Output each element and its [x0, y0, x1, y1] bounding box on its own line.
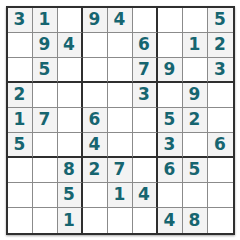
- sudoku-cell-r4c3[interactable]: [58, 83, 83, 108]
- sudoku-cell-r9c1[interactable]: [8, 208, 33, 233]
- sudoku-page: 3194594612579323917652543682765514148: [0, 0, 240, 240]
- sudoku-cell-r3c2[interactable]: 5: [33, 58, 58, 83]
- sudoku-cell-r5c6[interactable]: [133, 108, 158, 133]
- sudoku-cell-r8c6[interactable]: 4: [133, 183, 158, 208]
- sudoku-cell-r7c5[interactable]: 7: [108, 158, 133, 183]
- sudoku-cell-r4c8[interactable]: 9: [183, 83, 208, 108]
- sudoku-cell-r9c5[interactable]: [108, 208, 133, 233]
- sudoku-cell-r1c3[interactable]: [58, 8, 83, 33]
- sudoku-cell-r6c5[interactable]: [108, 133, 133, 158]
- sudoku-cell-r2c7[interactable]: [158, 33, 183, 58]
- sudoku-cell-r8c1[interactable]: [8, 183, 33, 208]
- sudoku-cell-r8c3[interactable]: 5: [58, 183, 83, 208]
- sudoku-cell-r5c5[interactable]: [108, 108, 133, 133]
- sudoku-cell-r9c3[interactable]: 1: [58, 208, 83, 233]
- sudoku-cell-r1c8[interactable]: [183, 8, 208, 33]
- sudoku-cell-r2c4[interactable]: [83, 33, 108, 58]
- sudoku-cell-r3c1[interactable]: [8, 58, 33, 83]
- sudoku-cell-r2c1[interactable]: [8, 33, 33, 58]
- sudoku-cell-r2c6[interactable]: 6: [133, 33, 158, 58]
- sudoku-cell-r1c7[interactable]: [158, 8, 183, 33]
- sudoku-cell-r8c4[interactable]: [83, 183, 108, 208]
- sudoku-cell-r5c9[interactable]: [208, 108, 233, 133]
- sudoku-cell-r2c9[interactable]: 2: [208, 33, 233, 58]
- sudoku-cell-r2c8[interactable]: 1: [183, 33, 208, 58]
- sudoku-cell-r7c3[interactable]: 8: [58, 158, 83, 183]
- sudoku-cell-r1c4[interactable]: 9: [83, 8, 108, 33]
- sudoku-cell-r6c4[interactable]: 4: [83, 133, 108, 158]
- sudoku-cell-r5c3[interactable]: [58, 108, 83, 133]
- sudoku-cell-r1c5[interactable]: 4: [108, 8, 133, 33]
- sudoku-cell-r7c1[interactable]: [8, 158, 33, 183]
- sudoku-cell-r9c7[interactable]: 4: [158, 208, 183, 233]
- sudoku-cell-r2c2[interactable]: 9: [33, 33, 58, 58]
- sudoku-cell-r4c9[interactable]: [208, 83, 233, 108]
- sudoku-cell-r2c5[interactable]: [108, 33, 133, 58]
- sudoku-cell-r3c9[interactable]: 3: [208, 58, 233, 83]
- sudoku-cell-r6c7[interactable]: 3: [158, 133, 183, 158]
- sudoku-cell-r5c1[interactable]: 1: [8, 108, 33, 133]
- sudoku-cell-r6c3[interactable]: [58, 133, 83, 158]
- sudoku-cell-r7c4[interactable]: 2: [83, 158, 108, 183]
- sudoku-cell-r5c4[interactable]: 6: [83, 108, 108, 133]
- sudoku-cell-r2c3[interactable]: 4: [58, 33, 83, 58]
- sudoku-cell-r7c2[interactable]: [33, 158, 58, 183]
- sudoku-cell-r4c7[interactable]: [158, 83, 183, 108]
- sudoku-cell-r3c8[interactable]: [183, 58, 208, 83]
- sudoku-cell-r1c9[interactable]: 5: [208, 8, 233, 33]
- sudoku-cell-r7c9[interactable]: [208, 158, 233, 183]
- sudoku-cell-r3c3[interactable]: [58, 58, 83, 83]
- sudoku-cell-r5c8[interactable]: 2: [183, 108, 208, 133]
- sudoku-cell-r5c7[interactable]: 5: [158, 108, 183, 133]
- sudoku-cell-r8c8[interactable]: [183, 183, 208, 208]
- sudoku-cell-r6c6[interactable]: [133, 133, 158, 158]
- sudoku-cell-r6c2[interactable]: [33, 133, 58, 158]
- sudoku-cell-r3c5[interactable]: [108, 58, 133, 83]
- sudoku-cell-r9c8[interactable]: 8: [183, 208, 208, 233]
- sudoku-cell-r7c7[interactable]: 6: [158, 158, 183, 183]
- sudoku-cell-r9c6[interactable]: [133, 208, 158, 233]
- sudoku-cell-r4c4[interactable]: [83, 83, 108, 108]
- sudoku-cell-r6c9[interactable]: 6: [208, 133, 233, 158]
- sudoku-cell-r8c5[interactable]: 1: [108, 183, 133, 208]
- sudoku-cell-r4c2[interactable]: [33, 83, 58, 108]
- sudoku-cell-r7c8[interactable]: 5: [183, 158, 208, 183]
- sudoku-cell-r6c1[interactable]: 5: [8, 133, 33, 158]
- sudoku-cell-r8c7[interactable]: [158, 183, 183, 208]
- sudoku-cell-r7c6[interactable]: [133, 158, 158, 183]
- sudoku-cell-r4c5[interactable]: [108, 83, 133, 108]
- sudoku-cell-r8c9[interactable]: [208, 183, 233, 208]
- sudoku-cell-r1c2[interactable]: 1: [33, 8, 58, 33]
- sudoku-cell-r4c1[interactable]: 2: [8, 83, 33, 108]
- sudoku-cell-r9c2[interactable]: [33, 208, 58, 233]
- sudoku-cell-r9c9[interactable]: [208, 208, 233, 233]
- sudoku-cell-r9c4[interactable]: [83, 208, 108, 233]
- sudoku-board: 3194594612579323917652543682765514148: [6, 6, 235, 235]
- sudoku-cell-r5c2[interactable]: 7: [33, 108, 58, 133]
- sudoku-cell-r3c7[interactable]: 9: [158, 58, 183, 83]
- sudoku-cell-r8c2[interactable]: [33, 183, 58, 208]
- sudoku-cell-r4c6[interactable]: 3: [133, 83, 158, 108]
- sudoku-cell-r1c1[interactable]: 3: [8, 8, 33, 33]
- sudoku-cell-r6c8[interactable]: [183, 133, 208, 158]
- sudoku-cell-r3c4[interactable]: [83, 58, 108, 83]
- sudoku-cell-r1c6[interactable]: [133, 8, 158, 33]
- sudoku-cell-r3c6[interactable]: 7: [133, 58, 158, 83]
